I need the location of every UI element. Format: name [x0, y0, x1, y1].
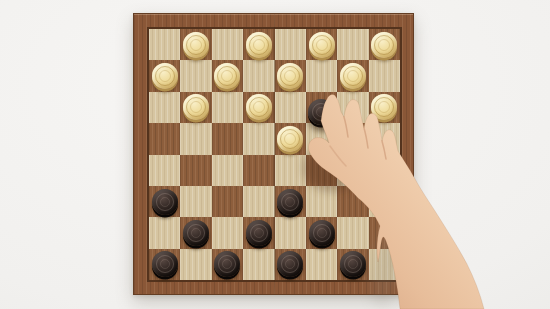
square-r4c1[interactable]	[149, 123, 180, 154]
light-piece[interactable]	[371, 94, 397, 120]
dark-piece[interactable]	[152, 189, 178, 215]
square-r6c3[interactable]	[212, 186, 243, 217]
square-r5c2[interactable]	[180, 155, 211, 186]
square-r6c7[interactable]	[337, 186, 368, 217]
square-r1c1[interactable]	[149, 29, 180, 60]
square-r4c5[interactable]	[275, 123, 306, 154]
square-r3c2[interactable]	[180, 92, 211, 123]
light-piece[interactable]	[371, 32, 397, 58]
square-r7c8[interactable]	[369, 217, 400, 248]
dark-piece[interactable]	[246, 220, 272, 246]
square-r1c6[interactable]	[306, 29, 337, 60]
square-r1c4[interactable]	[243, 29, 274, 60]
square-r3c5[interactable]	[275, 92, 306, 123]
square-r5c5[interactable]	[275, 155, 306, 186]
square-r3c1[interactable]	[149, 92, 180, 123]
square-r6c1[interactable]	[149, 186, 180, 217]
light-piece[interactable]	[340, 63, 366, 89]
dark-piece[interactable]	[277, 251, 303, 277]
square-r5c7[interactable]	[337, 155, 368, 186]
light-piece[interactable]	[183, 94, 209, 120]
square-r5c8[interactable]	[369, 155, 400, 186]
square-r3c8[interactable]	[369, 92, 400, 123]
square-r8c4[interactable]	[243, 249, 274, 280]
square-r8c1[interactable]	[149, 249, 180, 280]
square-r5c4[interactable]	[243, 155, 274, 186]
square-r8c6[interactable]	[306, 249, 337, 280]
square-r8c2[interactable]	[180, 249, 211, 280]
square-r4c8[interactable]	[369, 123, 400, 154]
square-r7c1[interactable]	[149, 217, 180, 248]
square-r3c7[interactable]	[337, 92, 368, 123]
square-r2c4[interactable]	[243, 60, 274, 91]
square-r2c1[interactable]	[149, 60, 180, 91]
square-r3c4[interactable]	[243, 92, 274, 123]
square-r2c7[interactable]	[337, 60, 368, 91]
square-r2c5[interactable]	[275, 60, 306, 91]
square-r7c2[interactable]	[180, 217, 211, 248]
dark-piece-held[interactable]	[308, 99, 334, 125]
light-piece[interactable]	[183, 32, 209, 58]
light-piece[interactable]	[246, 94, 272, 120]
square-r2c3[interactable]	[212, 60, 243, 91]
square-r7c5[interactable]	[275, 217, 306, 248]
checkers-board	[133, 13, 414, 295]
square-r1c5[interactable]	[275, 29, 306, 60]
square-r6c2[interactable]	[180, 186, 211, 217]
dark-piece[interactable]	[277, 189, 303, 215]
square-r6c8[interactable]	[369, 186, 400, 217]
square-r7c7[interactable]	[337, 217, 368, 248]
square-r1c2[interactable]	[180, 29, 211, 60]
square-r5c6[interactable]	[306, 155, 337, 186]
square-r7c6[interactable]	[306, 217, 337, 248]
square-r4c2[interactable]	[180, 123, 211, 154]
square-r4c3[interactable]	[212, 123, 243, 154]
square-r1c8[interactable]	[369, 29, 400, 60]
square-r8c3[interactable]	[212, 249, 243, 280]
square-r2c2[interactable]	[180, 60, 211, 91]
square-r3c3[interactable]	[212, 92, 243, 123]
square-r4c7[interactable]	[337, 123, 368, 154]
square-r2c6[interactable]	[306, 60, 337, 91]
light-piece[interactable]	[277, 126, 303, 152]
dark-piece[interactable]	[340, 251, 366, 277]
light-piece[interactable]	[152, 63, 178, 89]
square-r1c7[interactable]	[337, 29, 368, 60]
square-r4c6[interactable]	[306, 123, 337, 154]
scene	[0, 0, 550, 309]
square-r8c8[interactable]	[369, 249, 400, 280]
square-r6c6[interactable]	[306, 186, 337, 217]
dark-piece[interactable]	[214, 251, 240, 277]
light-piece[interactable]	[214, 63, 240, 89]
dark-piece[interactable]	[183, 220, 209, 246]
dark-piece[interactable]	[309, 220, 335, 246]
light-piece[interactable]	[246, 32, 272, 58]
square-r7c3[interactable]	[212, 217, 243, 248]
square-r1c3[interactable]	[212, 29, 243, 60]
square-r7c4[interactable]	[243, 217, 274, 248]
light-piece[interactable]	[309, 32, 335, 58]
square-r8c5[interactable]	[275, 249, 306, 280]
square-r5c3[interactable]	[212, 155, 243, 186]
square-r5c1[interactable]	[149, 155, 180, 186]
board-grid	[149, 29, 400, 280]
square-r8c7[interactable]	[337, 249, 368, 280]
light-piece[interactable]	[277, 63, 303, 89]
square-r6c5[interactable]	[275, 186, 306, 217]
square-r3c6[interactable]	[306, 92, 337, 123]
square-r2c8[interactable]	[369, 60, 400, 91]
dark-piece[interactable]	[152, 251, 178, 277]
square-r6c4[interactable]	[243, 186, 274, 217]
square-r4c4[interactable]	[243, 123, 274, 154]
